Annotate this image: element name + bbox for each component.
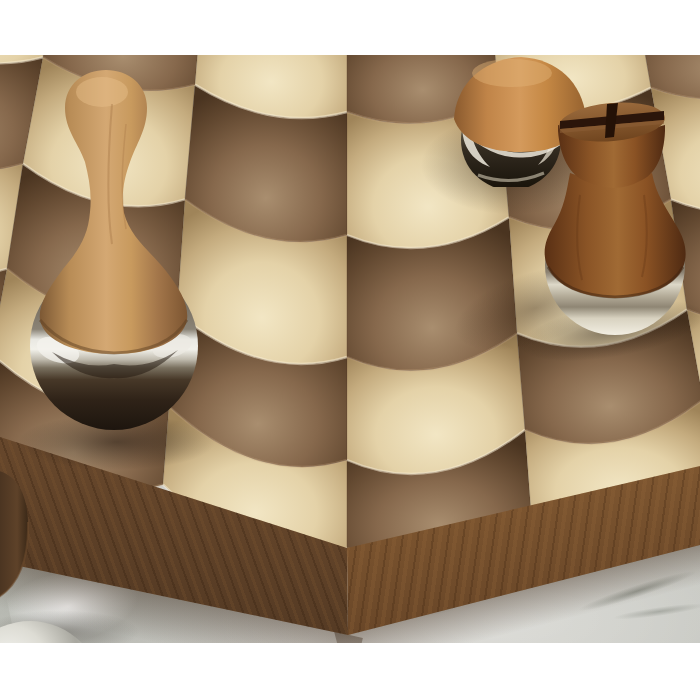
- product-photo-wobble-chess-set: ♙: [0, 0, 700, 700]
- photo-area: ♙: [0, 55, 700, 643]
- white-margin-bottom: [0, 643, 700, 700]
- white-pawn-graphic: [28, 64, 204, 436]
- white-margin-top: [0, 0, 700, 55]
- black-rook-graphic: [540, 95, 690, 340]
- white-pawn[interactable]: ♙: [28, 64, 204, 436]
- black-piece-graphic: [0, 470, 105, 643]
- black-piece-offboard[interactable]: ♟: [0, 470, 105, 643]
- black-rook[interactable]: ♜: [540, 95, 690, 340]
